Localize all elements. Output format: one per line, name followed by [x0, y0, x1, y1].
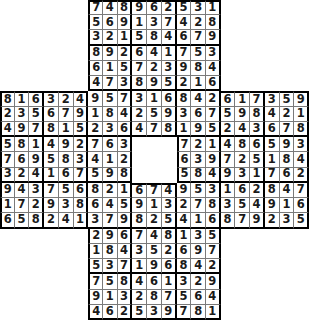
sudoku-cell-r19c10[interactable]: 4 — [132, 274, 147, 289]
sudoku-cell-r20c13[interactable]: 5 — [177, 290, 192, 305]
sudoku-cell-r10c3[interactable]: 1 — [29, 137, 44, 152]
sudoku-cell-r9c2[interactable]: 9 — [15, 122, 30, 137]
sudoku-cell-r13c2[interactable]: 4 — [15, 183, 30, 198]
sudoku-cell-r13c21[interactable]: 7 — [294, 183, 309, 198]
sudoku-cell-r14c20[interactable]: 1 — [280, 198, 295, 213]
sudoku-cell-r3c12[interactable]: 4 — [162, 30, 177, 45]
sudoku-cell-r14c3[interactable]: 2 — [29, 198, 44, 213]
sudoku-cell-r17c13[interactable]: 6 — [177, 244, 192, 259]
sudoku-cell-r21c13[interactable]: 7 — [177, 305, 192, 320]
sudoku-cell-r11c3[interactable]: 9 — [29, 152, 44, 167]
sudoku-cell-r15c9[interactable]: 9 — [118, 213, 133, 228]
sudoku-cell-r12c6[interactable]: 7 — [74, 168, 89, 183]
sudoku-cell-r9c8[interactable]: 3 — [103, 122, 118, 137]
sudoku-cell-r2c7[interactable]: 5 — [88, 15, 103, 30]
sudoku-cell-r19c8[interactable]: 5 — [103, 274, 118, 289]
sudoku-cell-r2c8[interactable]: 6 — [103, 15, 118, 30]
sudoku-cell-r1c11[interactable]: 6 — [147, 0, 162, 15]
sudoku-cell-r7c7[interactable]: 9 — [88, 91, 103, 106]
empty-space — [0, 46, 15, 61]
sudoku-cell-r14c2[interactable]: 7 — [15, 198, 30, 213]
sudoku-cell-r5c14[interactable]: 8 — [191, 61, 206, 76]
sudoku-cell-r13c7[interactable]: 8 — [88, 183, 103, 198]
sudoku-cell-r12c7[interactable]: 5 — [88, 168, 103, 183]
sudoku-cell-r14c21[interactable]: 6 — [294, 198, 309, 213]
sudoku-cell-r8c5[interactable]: 7 — [59, 107, 74, 122]
sudoku-cell-r5c13[interactable]: 9 — [177, 61, 192, 76]
sudoku-cell-r3c7[interactable]: 3 — [88, 30, 103, 45]
sudoku-cell-r12c8[interactable]: 9 — [103, 168, 118, 183]
sudoku-cell-r6c11[interactable]: 9 — [147, 76, 162, 91]
sudoku-cell-r8c19[interactable]: 4 — [265, 107, 280, 122]
sudoku-cell-r2c10[interactable]: 1 — [132, 15, 147, 30]
sudoku-cell-r9c21[interactable]: 8 — [294, 122, 309, 137]
sudoku-cell-r9c18[interactable]: 3 — [250, 122, 265, 137]
sudoku-cell-r13c15[interactable]: 3 — [206, 183, 221, 198]
sudoku-cell-r10c17[interactable]: 8 — [235, 137, 250, 152]
sudoku-cell-r9c14[interactable]: 9 — [191, 122, 206, 137]
sudoku-cell-r15c4[interactable]: 2 — [44, 213, 59, 228]
sudoku-cell-r13c9[interactable]: 1 — [118, 183, 133, 198]
sudoku-cell-r20c7[interactable]: 9 — [88, 290, 103, 305]
sudoku-cell-r7c18[interactable]: 7 — [250, 91, 265, 106]
sudoku-cell-r14c18[interactable]: 4 — [250, 198, 265, 213]
sudoku-cell-r13c8[interactable]: 2 — [103, 183, 118, 198]
sudoku-cell-r7c6[interactable]: 4 — [74, 91, 89, 106]
sudoku-cell-r6c14[interactable]: 1 — [191, 76, 206, 91]
sudoku-cell-r12c16[interactable]: 9 — [221, 168, 236, 183]
sudoku-cell-r19c13[interactable]: 3 — [177, 274, 192, 289]
sudoku-cell-r10c1[interactable]: 5 — [0, 137, 15, 152]
sudoku-cell-r2c14[interactable]: 2 — [191, 15, 206, 30]
sudoku-cell-r12c4[interactable]: 1 — [44, 168, 59, 183]
sudoku-cell-r8c7[interactable]: 1 — [88, 107, 103, 122]
sudoku-cell-r8c6[interactable]: 9 — [74, 107, 89, 122]
sudoku-cell-r8c2[interactable]: 3 — [15, 107, 30, 122]
sudoku-cell-r7c15[interactable]: 2 — [206, 91, 221, 106]
sudoku-cell-r21c7[interactable]: 4 — [88, 305, 103, 320]
sudoku-cell-r4c12[interactable]: 1 — [162, 46, 177, 61]
sudoku-cell-r4c13[interactable]: 7 — [177, 46, 192, 61]
sudoku-cell-r14c13[interactable]: 2 — [177, 198, 192, 213]
sudoku-cell-r13c13[interactable]: 9 — [177, 183, 192, 198]
sudoku-cell-r13c14[interactable]: 5 — [191, 183, 206, 198]
sudoku-cell-r8c13[interactable]: 3 — [177, 107, 192, 122]
empty-space — [280, 290, 295, 305]
sudoku-cell-r9c3[interactable]: 7 — [29, 122, 44, 137]
sudoku-cell-r10c21[interactable]: 3 — [294, 137, 309, 152]
sudoku-cell-r2c13[interactable]: 4 — [177, 15, 192, 30]
sudoku-cell-r21c15[interactable]: 1 — [206, 305, 221, 320]
sudoku-cell-r6c8[interactable]: 7 — [103, 76, 118, 91]
sudoku-cell-r3c10[interactable]: 5 — [132, 30, 147, 45]
sudoku-cell-r9c16[interactable]: 2 — [221, 122, 236, 137]
sudoku-cell-r14c19[interactable]: 9 — [265, 198, 280, 213]
sudoku-cell-r11c16[interactable]: 7 — [221, 152, 236, 167]
sudoku-cell-r7c4[interactable]: 3 — [44, 91, 59, 106]
empty-space — [250, 290, 265, 305]
sudoku-cell-r17c15[interactable]: 7 — [206, 244, 221, 259]
sudoku-cell-r10c13[interactable]: 7 — [177, 137, 192, 152]
sudoku-cell-r20c10[interactable]: 2 — [132, 290, 147, 305]
sudoku-cell-r14c1[interactable]: 1 — [0, 198, 15, 213]
sudoku-cell-r8c18[interactable]: 8 — [250, 107, 265, 122]
sudoku-cell-r13c16[interactable]: 1 — [221, 183, 236, 198]
sudoku-cell-r7c8[interactable]: 5 — [103, 91, 118, 106]
sudoku-cell-r16c12[interactable]: 8 — [162, 229, 177, 244]
sudoku-cell-r15c17[interactable]: 7 — [235, 213, 250, 228]
sudoku-cell-r10c4[interactable]: 4 — [44, 137, 59, 152]
sudoku-cell-r11c9[interactable]: 2 — [118, 152, 133, 167]
sudoku-cell-r19c9[interactable]: 8 — [118, 274, 133, 289]
empty-space — [15, 76, 30, 91]
sudoku-cell-r5c9[interactable]: 5 — [118, 61, 133, 76]
empty-space — [74, 15, 89, 30]
sudoku-cell-r10c19[interactable]: 5 — [265, 137, 280, 152]
sudoku-cell-r3c13[interactable]: 6 — [177, 30, 192, 45]
sudoku-cell-r20c9[interactable]: 3 — [118, 290, 133, 305]
sudoku-cell-r15c2[interactable]: 5 — [15, 213, 30, 228]
sudoku-cell-r10c8[interactable]: 6 — [103, 137, 118, 152]
sudoku-cell-r8c16[interactable]: 5 — [221, 107, 236, 122]
sudoku-cell-r15c21[interactable]: 5 — [294, 213, 309, 228]
sudoku-cell-r15c13[interactable]: 4 — [177, 213, 192, 228]
sudoku-cell-r17c8[interactable]: 8 — [103, 244, 118, 259]
sudoku-cell-r21c10[interactable]: 5 — [132, 305, 147, 320]
sudoku-cell-r8c12[interactable]: 9 — [162, 107, 177, 122]
sudoku-cell-r18c9[interactable]: 7 — [118, 259, 133, 274]
sudoku-cell-r11c7[interactable]: 4 — [88, 152, 103, 167]
sudoku-cell-r9c5[interactable]: 1 — [59, 122, 74, 137]
sudoku-cell-r9c17[interactable]: 4 — [235, 122, 250, 137]
sudoku-cell-r2c11[interactable]: 3 — [147, 15, 162, 30]
sudoku-cell-r9c6[interactable]: 5 — [74, 122, 89, 137]
sudoku-cell-r19c11[interactable]: 6 — [147, 274, 162, 289]
sudoku-cell-r10c15[interactable]: 1 — [206, 137, 221, 152]
sudoku-cell-r8c4[interactable]: 6 — [44, 107, 59, 122]
sudoku-cell-r15c15[interactable]: 6 — [206, 213, 221, 228]
sudoku-cell-r19c15[interactable]: 9 — [206, 274, 221, 289]
sudoku-cell-r11c5[interactable]: 8 — [59, 152, 74, 167]
empty-space — [250, 30, 265, 45]
sudoku-cell-r14c17[interactable]: 5 — [235, 198, 250, 213]
sudoku-cell-r20c14[interactable]: 6 — [191, 290, 206, 305]
sudoku-cell-r15c7[interactable]: 3 — [88, 213, 103, 228]
sudoku-cell-r13c1[interactable]: 9 — [0, 183, 15, 198]
sudoku-cell-r20c11[interactable]: 8 — [147, 290, 162, 305]
sudoku-cell-r15c5[interactable]: 4 — [59, 213, 74, 228]
sudoku-cell-r12c18[interactable]: 1 — [250, 168, 265, 183]
sudoku-cell-r4c11[interactable]: 4 — [147, 46, 162, 61]
sudoku-cell-r7c13[interactable]: 8 — [177, 91, 192, 106]
sudoku-cell-r15c1[interactable]: 6 — [0, 213, 15, 228]
sudoku-cell-r1c9[interactable]: 8 — [118, 0, 133, 15]
sudoku-cell-r18c7[interactable]: 5 — [88, 259, 103, 274]
sudoku-cell-r17c7[interactable]: 1 — [88, 244, 103, 259]
sudoku-cell-r15c18[interactable]: 9 — [250, 213, 265, 228]
sudoku-cell-r11c17[interactable]: 2 — [235, 152, 250, 167]
sudoku-cell-r18c11[interactable]: 9 — [147, 259, 162, 274]
sudoku-cell-r14c4[interactable]: 9 — [44, 198, 59, 213]
sudoku-cell-r16c8[interactable]: 9 — [103, 229, 118, 244]
sudoku-cell-r18c15[interactable]: 2 — [206, 259, 221, 274]
sudoku-cell-r7c2[interactable]: 1 — [15, 91, 30, 106]
sudoku-cell-r8c20[interactable]: 2 — [280, 107, 295, 122]
sudoku-cell-r12c17[interactable]: 3 — [235, 168, 250, 183]
sudoku-cell-r6c10[interactable]: 8 — [132, 76, 147, 91]
sudoku-cell-r12c21[interactable]: 2 — [294, 168, 309, 183]
sudoku-cell-r13c5[interactable]: 5 — [59, 183, 74, 198]
sudoku-cell-r20c15[interactable]: 4 — [206, 290, 221, 305]
sudoku-cell-r4c14[interactable]: 5 — [191, 46, 206, 61]
sudoku-cell-r14c9[interactable]: 5 — [118, 198, 133, 213]
sudoku-cell-r12c9[interactable]: 8 — [118, 168, 133, 183]
sudoku-cell-r18c10[interactable]: 1 — [132, 259, 147, 274]
sudoku-cell-r11c6[interactable]: 3 — [74, 152, 89, 167]
sudoku-cell-r15c3[interactable]: 8 — [29, 213, 44, 228]
sudoku-cell-r7c5[interactable]: 2 — [59, 91, 74, 106]
sudoku-cell-r9c9[interactable]: 6 — [118, 122, 133, 137]
sudoku-cell-r1c10[interactable]: 9 — [132, 0, 147, 15]
sudoku-cell-r7c3[interactable]: 6 — [29, 91, 44, 106]
sudoku-cell-r8c21[interactable]: 1 — [294, 107, 309, 122]
sudoku-cell-r2c12[interactable]: 7 — [162, 15, 177, 30]
sudoku-cell-r6c13[interactable]: 2 — [177, 76, 192, 91]
sudoku-cell-r15c10[interactable]: 8 — [132, 213, 147, 228]
sudoku-cell-r5c15[interactable]: 4 — [206, 61, 221, 76]
sudoku-cell-r12c19[interactable]: 7 — [265, 168, 280, 183]
sudoku-cell-r7c1[interactable]: 8 — [0, 91, 15, 106]
sudoku-cell-r18c14[interactable]: 4 — [191, 259, 206, 274]
sudoku-cell-r10c9[interactable]: 3 — [118, 137, 133, 152]
sudoku-cell-r6c9[interactable]: 3 — [118, 76, 133, 91]
sudoku-cell-r13c19[interactable]: 8 — [265, 183, 280, 198]
sudoku-cell-r3c14[interactable]: 7 — [191, 30, 206, 45]
sudoku-cell-r8c8[interactable]: 8 — [103, 107, 118, 122]
sudoku-cell-r9c10[interactable]: 4 — [132, 122, 147, 137]
sudoku-cell-r8c10[interactable]: 2 — [132, 107, 147, 122]
sudoku-cell-r2c9[interactable]: 9 — [118, 15, 133, 30]
sudoku-cell-r4c8[interactable]: 9 — [103, 46, 118, 61]
sudoku-cell-r1c8[interactable]: 4 — [103, 0, 118, 15]
sudoku-cell-r18c8[interactable]: 3 — [103, 259, 118, 274]
sudoku-cell-r5c12[interactable]: 3 — [162, 61, 177, 76]
sudoku-cell-r7c17[interactable]: 1 — [235, 91, 250, 106]
empty-space — [250, 259, 265, 274]
sudoku-cell-r14c14[interactable]: 7 — [191, 198, 206, 213]
sudoku-cell-r7c21[interactable]: 9 — [294, 91, 309, 106]
sudoku-cell-r18c13[interactable]: 8 — [177, 259, 192, 274]
empty-space — [132, 152, 147, 167]
sudoku-cell-r9c4[interactable]: 8 — [44, 122, 59, 137]
sudoku-cell-r4c9[interactable]: 2 — [118, 46, 133, 61]
sudoku-cell-r12c20[interactable]: 6 — [280, 168, 295, 183]
sudoku-cell-r9c7[interactable]: 2 — [88, 122, 103, 137]
sudoku-cell-r13c18[interactable]: 2 — [250, 183, 265, 198]
sudoku-cell-r11c13[interactable]: 6 — [177, 152, 192, 167]
sudoku-cell-r7c9[interactable]: 7 — [118, 91, 133, 106]
sudoku-cell-r3c8[interactable]: 2 — [103, 30, 118, 45]
sudoku-cell-r14c10[interactable]: 9 — [132, 198, 147, 213]
sudoku-cell-r13c6[interactable]: 6 — [74, 183, 89, 198]
sudoku-cell-r14c7[interactable]: 6 — [88, 198, 103, 213]
sudoku-cell-r14c6[interactable]: 8 — [74, 198, 89, 213]
sudoku-cell-r9c12[interactable]: 8 — [162, 122, 177, 137]
sudoku-cell-r19c12[interactable]: 1 — [162, 274, 177, 289]
sudoku-cell-r16c14[interactable]: 3 — [191, 229, 206, 244]
empty-space — [280, 305, 295, 320]
sudoku-cell-r15c8[interactable]: 7 — [103, 213, 118, 228]
sudoku-cell-r15c12[interactable]: 5 — [162, 213, 177, 228]
sudoku-cell-r13c11[interactable]: 7 — [147, 183, 162, 198]
sudoku-cell-r11c1[interactable]: 7 — [0, 152, 15, 167]
sudoku-cell-r8c1[interactable]: 2 — [0, 107, 15, 122]
sudoku-cell-r6c7[interactable]: 4 — [88, 76, 103, 91]
sudoku-cell-r16c9[interactable]: 6 — [118, 229, 133, 244]
sudoku-cell-r9c1[interactable]: 4 — [0, 122, 15, 137]
sudoku-cell-r2c15[interactable]: 8 — [206, 15, 221, 30]
sudoku-cell-r6c12[interactable]: 5 — [162, 76, 177, 91]
sudoku-cell-r7c10[interactable]: 3 — [132, 91, 147, 106]
sudoku-cell-r16c13[interactable]: 1 — [177, 229, 192, 244]
sudoku-cell-r6c15[interactable]: 6 — [206, 76, 221, 91]
sudoku-cell-r4c10[interactable]: 6 — [132, 46, 147, 61]
sudoku-cell-r17c10[interactable]: 3 — [132, 244, 147, 259]
sudoku-cell-r17c9[interactable]: 4 — [118, 244, 133, 259]
sudoku-cell-r1c15[interactable]: 1 — [206, 0, 221, 15]
sudoku-cell-r14c11[interactable]: 1 — [147, 198, 162, 213]
sudoku-cell-r16c11[interactable]: 4 — [147, 229, 162, 244]
sudoku-cell-r16c10[interactable]: 7 — [132, 229, 147, 244]
sudoku-cell-r8c11[interactable]: 5 — [147, 107, 162, 122]
sudoku-cell-r10c2[interactable]: 8 — [15, 137, 30, 152]
sudoku-cell-r10c14[interactable]: 2 — [191, 137, 206, 152]
sudoku-cell-r16c7[interactable]: 2 — [88, 229, 103, 244]
sudoku-cell-r17c11[interactable]: 5 — [147, 244, 162, 259]
sudoku-cell-r11c4[interactable]: 5 — [44, 152, 59, 167]
sudoku-cell-r13c10[interactable]: 6 — [132, 183, 147, 198]
sudoku-cell-r1c12[interactable]: 2 — [162, 0, 177, 15]
sudoku-cell-r12c1[interactable]: 3 — [0, 168, 15, 183]
sudoku-cell-r7c20[interactable]: 5 — [280, 91, 295, 106]
sudoku-cell-r17c12[interactable]: 2 — [162, 244, 177, 259]
sudoku-cell-r14c8[interactable]: 4 — [103, 198, 118, 213]
sudoku-cell-r13c4[interactable]: 7 — [44, 183, 59, 198]
sudoku-cell-r8c14[interactable]: 6 — [191, 107, 206, 122]
sudoku-cell-r12c13[interactable]: 5 — [177, 168, 192, 183]
sudoku-cell-r9c20[interactable]: 7 — [280, 122, 295, 137]
sudoku-cell-r13c17[interactable]: 6 — [235, 183, 250, 198]
sudoku-cell-r7c11[interactable]: 1 — [147, 91, 162, 106]
sudoku-cell-r19c7[interactable]: 7 — [88, 274, 103, 289]
sudoku-cell-r4c15[interactable]: 3 — [206, 46, 221, 61]
sudoku-cell-r12c2[interactable]: 2 — [15, 168, 30, 183]
sudoku-cell-r12c14[interactable]: 8 — [191, 168, 206, 183]
sudoku-cell-r20c8[interactable]: 1 — [103, 290, 118, 305]
sudoku-cell-r15c14[interactable]: 1 — [191, 213, 206, 228]
sudoku-cell-r21c11[interactable]: 3 — [147, 305, 162, 320]
sudoku-cell-r8c9[interactable]: 4 — [118, 107, 133, 122]
sudoku-cell-r10c16[interactable]: 4 — [221, 137, 236, 152]
sudoku-cell-r11c8[interactable]: 1 — [103, 152, 118, 167]
sudoku-cell-r12c3[interactable]: 4 — [29, 168, 44, 183]
sudoku-cell-r19c14[interactable]: 2 — [191, 274, 206, 289]
sudoku-cell-r11c15[interactable]: 9 — [206, 152, 221, 167]
sudoku-cell-r11c21[interactable]: 4 — [294, 152, 309, 167]
sudoku-cell-r1c14[interactable]: 3 — [191, 0, 206, 15]
sudoku-cell-r1c7[interactable]: 7 — [88, 0, 103, 15]
sudoku-cell-r15c19[interactable]: 2 — [265, 213, 280, 228]
sudoku-cell-r9c19[interactable]: 6 — [265, 122, 280, 137]
sudoku-cell-r21c9[interactable]: 2 — [118, 305, 133, 320]
sudoku-cell-r3c15[interactable]: 9 — [206, 30, 221, 45]
sudoku-cell-r21c12[interactable]: 9 — [162, 305, 177, 320]
sudoku-cell-r11c19[interactable]: 1 — [265, 152, 280, 167]
sudoku-cell-r15c16[interactable]: 8 — [221, 213, 236, 228]
sudoku-cell-r14c5[interactable]: 3 — [59, 198, 74, 213]
sudoku-cell-r16c15[interactable]: 5 — [206, 229, 221, 244]
sudoku-cell-r7c16[interactable]: 6 — [221, 91, 236, 106]
sudoku-cell-r14c12[interactable]: 3 — [162, 198, 177, 213]
sudoku-cell-r21c8[interactable]: 6 — [103, 305, 118, 320]
sudoku-cell-r7c12[interactable]: 6 — [162, 91, 177, 106]
sudoku-cell-r3c11[interactable]: 8 — [147, 30, 162, 45]
sudoku-cell-r9c15[interactable]: 5 — [206, 122, 221, 137]
sudoku-cell-r14c15[interactable]: 8 — [206, 198, 221, 213]
sudoku-cell-r5c7[interactable]: 6 — [88, 61, 103, 76]
sudoku-cell-r1c13[interactable]: 5 — [177, 0, 192, 15]
sudoku-cell-r10c7[interactable]: 7 — [88, 137, 103, 152]
sudoku-cell-r13c20[interactable]: 4 — [280, 183, 295, 198]
sudoku-cell-r17c14[interactable]: 9 — [191, 244, 206, 259]
sudoku-cell-r11c2[interactable]: 6 — [15, 152, 30, 167]
sudoku-cell-r14c16[interactable]: 3 — [221, 198, 236, 213]
sudoku-cell-r15c11[interactable]: 2 — [147, 213, 162, 228]
sudoku-cell-r11c18[interactable]: 5 — [250, 152, 265, 167]
empty-space — [294, 229, 309, 244]
sudoku-cell-r18c12[interactable]: 6 — [162, 259, 177, 274]
empty-space — [15, 61, 30, 76]
sudoku-cell-r15c20[interactable]: 3 — [280, 213, 295, 228]
sudoku-cell-r20c12[interactable]: 7 — [162, 290, 177, 305]
sudoku-cell-r11c20[interactable]: 8 — [280, 152, 295, 167]
sudoku-cell-r11c14[interactable]: 3 — [191, 152, 206, 167]
sudoku-cell-r5c10[interactable]: 7 — [132, 61, 147, 76]
sudoku-cell-r3c9[interactable]: 1 — [118, 30, 133, 45]
sudoku-cell-r10c6[interactable]: 2 — [74, 137, 89, 152]
sudoku-cell-r4c7[interactable]: 8 — [88, 46, 103, 61]
sudoku-cell-r21c14[interactable]: 8 — [191, 305, 206, 320]
sudoku-cell-r8c3[interactable]: 5 — [29, 107, 44, 122]
sudoku-cell-r13c3[interactable]: 3 — [29, 183, 44, 198]
sudoku-cell-r10c20[interactable]: 9 — [280, 137, 295, 152]
sudoku-cell-r8c15[interactable]: 7 — [206, 107, 221, 122]
sudoku-cell-r10c18[interactable]: 6 — [250, 137, 265, 152]
sudoku-cell-r7c19[interactable]: 3 — [265, 91, 280, 106]
sudoku-cell-r8c17[interactable]: 9 — [235, 107, 250, 122]
sudoku-cell-r12c5[interactable]: 6 — [59, 168, 74, 183]
sudoku-cell-r12c15[interactable]: 4 — [206, 168, 221, 183]
sudoku-cell-r9c11[interactable]: 7 — [147, 122, 162, 137]
sudoku-cell-r5c11[interactable]: 2 — [147, 61, 162, 76]
sudoku-cell-r15c6[interactable]: 1 — [74, 213, 89, 228]
sudoku-cell-r9c13[interactable]: 1 — [177, 122, 192, 137]
sudoku-cell-r13c12[interactable]: 4 — [162, 183, 177, 198]
sudoku-cell-r10c5[interactable]: 9 — [59, 137, 74, 152]
empty-space — [15, 290, 30, 305]
sudoku-cell-r5c8[interactable]: 1 — [103, 61, 118, 76]
sudoku-cell-r7c14[interactable]: 4 — [191, 91, 206, 106]
